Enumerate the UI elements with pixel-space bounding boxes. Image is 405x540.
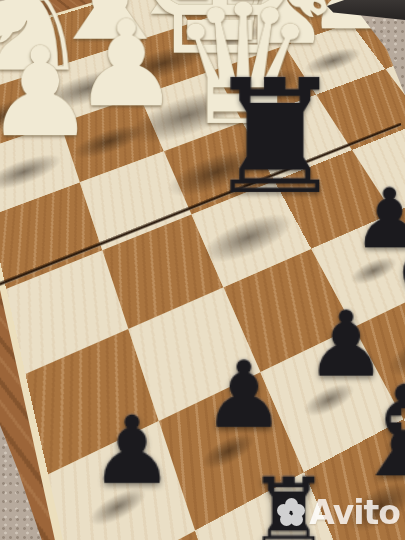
board-inner-border: ♞♝♝♟♟♟♚♞♟♛♜♟♟♟♟♚♜♝ xyxy=(0,0,405,540)
avito-flower-icon xyxy=(276,498,306,528)
piece-black-bishop-c1: ♝ xyxy=(348,370,405,496)
avito-wordmark: Avito xyxy=(309,493,400,532)
piece-black-king-d2: ♚ xyxy=(391,215,405,340)
avito-watermark: Avito xyxy=(276,493,400,532)
chess-photo-scene: ♞♝♝♟♟♟♚♞♟♛♜♟♟♟♟♚♜♝ Avito xyxy=(0,0,405,540)
board-edge-strip: ♞♝♝♟♟♟♚♞♟♛♜♟♟♟♟♚♜♝ xyxy=(0,0,405,540)
piece-black-pawn-a2: ♟ xyxy=(90,405,174,499)
chess-board: ♞♝♝♟♟♟♚♞♟♛♜♟♟♟♟♚♜♝ xyxy=(0,0,405,540)
board-frame: ♞♝♝♟♟♟♚♞♟♛♜♟♟♟♟♚♜♝ xyxy=(0,0,405,540)
piece-black-rook-c4: ♜ xyxy=(204,59,346,217)
piece-black-pawn-b2: ♟ xyxy=(203,350,286,442)
board-grid: ♞♝♝♟♟♟♚♞♟♛♜♟♟♟♟♚♜♝ xyxy=(0,0,405,540)
piece-white-pawn-a6: ♟ xyxy=(0,31,96,154)
